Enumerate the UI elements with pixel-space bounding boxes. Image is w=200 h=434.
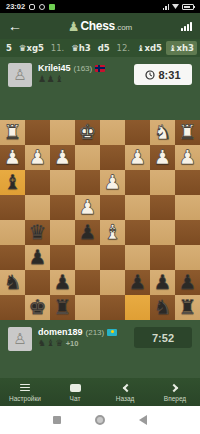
home-circle-icon[interactable] (95, 415, 105, 425)
square-b7[interactable]: ♟ (150, 270, 175, 295)
white-pawn-c2[interactable]: ♟ (129, 145, 147, 170)
wifi-icon (172, 4, 179, 9)
square-c6[interactable] (125, 245, 150, 270)
player-top-name: Krilei45 (38, 63, 71, 73)
square-h3[interactable]: ♝ (0, 170, 25, 195)
recents-square-icon[interactable] (53, 416, 61, 424)
square-e2[interactable] (75, 145, 100, 170)
square-d6[interactable] (100, 245, 125, 270)
square-e4[interactable]: ♟ (75, 195, 100, 220)
nav-item-settings[interactable]: Настройки (0, 378, 50, 406)
white-king-e1[interactable]: ♚ (79, 120, 97, 145)
white-pawn-g2[interactable]: ♟ (29, 145, 47, 170)
captured-piece-icon: ♞ (38, 339, 46, 348)
app-header: ← ♟ Chess .com (0, 13, 200, 39)
square-f7[interactable]: ♟ (50, 270, 75, 295)
status-bar: 23:02 (0, 0, 200, 13)
square-d3[interactable]: ♟ (100, 170, 125, 195)
settings-icon (20, 384, 30, 392)
captured-piece-icon: ♟ (38, 75, 46, 84)
black-pawn-g6[interactable]: ♟ (29, 245, 47, 270)
square-c8[interactable] (125, 295, 150, 320)
square-f8[interactable]: ♜ (50, 295, 75, 320)
square-b8[interactable]: ♞ (150, 295, 175, 320)
square-g6[interactable]: ♟ (25, 245, 50, 270)
norway-flag-icon (95, 65, 105, 72)
logo-pawn-icon: ♟ (68, 20, 80, 33)
black-pawn-c7[interactable]: ♟ (129, 270, 147, 295)
forward-chevron-icon (169, 383, 177, 391)
square-e7[interactable] (75, 270, 100, 295)
square-f5[interactable] (50, 220, 75, 245)
nav-label: Вперед (164, 395, 186, 402)
square-f3[interactable] (50, 170, 75, 195)
notification-app-icon (49, 4, 55, 10)
square-c4[interactable] (125, 195, 150, 220)
player-bottom-name: domen189 (38, 327, 83, 337)
square-d8[interactable] (100, 295, 125, 320)
nav-item-back-chevron[interactable]: Назад (100, 378, 150, 406)
square-c3[interactable] (125, 170, 150, 195)
nav-item-chat[interactable]: Чат (50, 378, 100, 406)
alarm-icon (39, 4, 45, 10)
square-h4[interactable] (0, 195, 25, 220)
square-d1[interactable] (100, 120, 125, 145)
square-c2[interactable]: ♟ (125, 145, 150, 170)
square-g5[interactable]: ♛ (25, 220, 50, 245)
square-d2[interactable] (100, 145, 125, 170)
white-knight-b1[interactable]: ♞ (154, 120, 172, 145)
black-bishop-h3[interactable]: ♝ (4, 170, 22, 195)
black-pawn-f7[interactable]: ♟ (54, 270, 72, 295)
move-token[interactable]: 5 (3, 41, 15, 55)
square-h8[interactable] (0, 295, 25, 320)
captured-piece-icon: ♛ (55, 339, 63, 348)
square-a4[interactable] (175, 195, 200, 220)
white-pawn-d3[interactable]: ♟ (104, 170, 122, 195)
nav-label: Чат (70, 395, 81, 402)
square-f4[interactable] (50, 195, 75, 220)
signal-bars-icon (181, 22, 192, 31)
square-g2[interactable]: ♟ (25, 145, 50, 170)
black-king-g8[interactable]: ♚ (29, 295, 47, 320)
square-e8[interactable] (75, 295, 100, 320)
square-g4[interactable] (25, 195, 50, 220)
square-e3[interactable] (75, 170, 100, 195)
square-g1[interactable] (25, 120, 50, 145)
black-pawn-a7[interactable]: ♟ (179, 270, 197, 295)
square-b6[interactable] (150, 245, 175, 270)
square-h7[interactable]: ♞ (0, 270, 25, 295)
clock-icon (145, 70, 155, 80)
square-c1[interactable] (125, 120, 150, 145)
chat-icon (70, 384, 81, 392)
white-pawn-e4[interactable]: ♟ (79, 195, 97, 220)
move-list: 5♛xg511.♛h3d512.♝xd5♝xh3 (0, 39, 200, 57)
nav-label: Настройки (9, 395, 41, 402)
square-d4[interactable] (100, 195, 125, 220)
player-top-rating: (163) (74, 64, 93, 73)
white-pawn-h2[interactable]: ♟ (4, 145, 22, 170)
back-button[interactable]: ← (8, 19, 22, 33)
captured-pieces-bottom: ♞♝♛+10 (38, 339, 117, 348)
square-a2[interactable]: ♟ (175, 145, 200, 170)
black-pawn-e5[interactable]: ♟ (79, 220, 97, 245)
square-f6[interactable] (50, 245, 75, 270)
kazakhstan-flag-icon (107, 329, 117, 336)
square-b1[interactable]: ♞ (150, 120, 175, 145)
move-number[interactable]: 11. (48, 41, 68, 55)
black-rook-f8[interactable]: ♜ (54, 295, 72, 320)
square-a8[interactable]: ♜ (175, 295, 200, 320)
captured-piece-icon: ♝ (47, 339, 55, 348)
white-pawn-a2[interactable]: ♟ (179, 145, 197, 170)
clock-top: 8:31 (134, 64, 192, 85)
move-token[interactable]: ♛h3 (68, 41, 94, 55)
white-rook-h1[interactable]: ♜ (4, 120, 22, 145)
square-g3[interactable] (25, 170, 50, 195)
square-b2[interactable]: ♟ (150, 145, 175, 170)
move-token[interactable]: d5 (95, 41, 113, 55)
black-knight-h7[interactable]: ♞ (4, 270, 22, 295)
material-advantage: +10 (66, 340, 79, 348)
square-f2[interactable]: ♟ (50, 145, 75, 170)
player-top[interactable]: ♙ Krilei45 (163) ♟♟♝ 8:31 (0, 57, 200, 101)
captured-piece-icon: ♟ (47, 75, 55, 84)
battery-icon (182, 4, 194, 10)
square-a5[interactable] (175, 220, 200, 245)
square-h1[interactable]: ♜ (0, 120, 25, 145)
square-f1[interactable] (50, 120, 75, 145)
avatar-bottom[interactable]: ♙ (8, 327, 32, 351)
square-a6[interactable] (175, 245, 200, 270)
move-token[interactable]: ♛xg5 (16, 41, 47, 55)
nav-item-forward-chevron[interactable]: Вперед (150, 378, 200, 406)
square-b3[interactable] (150, 170, 175, 195)
chesscom-logo: ♟ Chess .com (68, 19, 133, 33)
square-h5[interactable] (0, 220, 25, 245)
square-a3[interactable] (175, 170, 200, 195)
square-a7[interactable]: ♟ (175, 270, 200, 295)
white-rook-a1[interactable]: ♜ (179, 120, 197, 145)
white-bishop-d5[interactable]: ♝ (104, 220, 122, 245)
player-bottom-rating: (213) (86, 328, 105, 337)
square-b5[interactable] (150, 220, 175, 245)
nav-label: Назад (116, 395, 135, 402)
black-pawn-b7[interactable]: ♟ (154, 270, 172, 295)
square-a1[interactable]: ♜ (175, 120, 200, 145)
android-nav-bar (0, 406, 200, 434)
square-g7[interactable] (25, 270, 50, 295)
square-e5[interactable]: ♟ (75, 220, 100, 245)
move-token[interactable]: ♝xd5 (134, 41, 165, 55)
captured-piece-icon: ♝ (55, 75, 63, 84)
square-b4[interactable] (150, 195, 175, 220)
square-d5[interactable]: ♝ (100, 220, 125, 245)
white-pawn-f2[interactable]: ♟ (54, 145, 72, 170)
watch-icon (29, 4, 35, 10)
square-e6[interactable] (75, 245, 100, 270)
black-queen-g5[interactable]: ♛ (29, 220, 47, 245)
square-e1[interactable]: ♚ (75, 120, 100, 145)
app-root: 23:02 ← ♟ Chess .com 5♛xg511.♛h3d512.♝xd… (0, 0, 200, 434)
captured-pieces-top: ♟♟♝ (38, 75, 105, 84)
back-triangle-icon[interactable] (139, 415, 147, 425)
signal-icon (163, 4, 170, 10)
black-rook-a8[interactable]: ♜ (179, 295, 197, 320)
black-knight-b8[interactable]: ♞ (154, 295, 172, 320)
clock-time: 23:02 (6, 2, 25, 11)
square-c5[interactable] (125, 220, 150, 245)
player-bottom[interactable]: ♙ domen189 (213) ♞♝♛+10 7:52 (0, 320, 200, 360)
square-d7[interactable] (100, 270, 125, 295)
square-h2[interactable]: ♟ (0, 145, 25, 170)
square-h6[interactable] (0, 245, 25, 270)
white-pawn-b2[interactable]: ♟ (154, 145, 172, 170)
back-chevron-icon (122, 383, 130, 391)
move-token[interactable]: ♝xh3 (166, 41, 197, 55)
clock-bottom: 7:52 (134, 327, 192, 348)
square-g8[interactable]: ♚ (25, 295, 50, 320)
chess-board: ♜♚♞♜♟♟♟♟♟♟♝♟♟♛♟♝♟♞♟♟♟♟♚♜♞♜ (0, 120, 200, 320)
move-number[interactable]: 12. (114, 41, 134, 55)
spacer (0, 101, 200, 120)
square-c7[interactable]: ♟ (125, 270, 150, 295)
bottom-navigation: НастройкиЧатНазадВперед (0, 378, 200, 406)
avatar-top[interactable]: ♙ (8, 63, 32, 87)
